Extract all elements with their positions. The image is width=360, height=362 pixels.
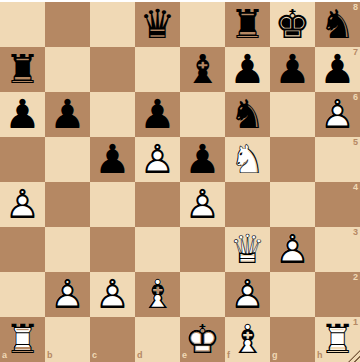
piece-white-knight[interactable]: ♞♘ (225, 137, 270, 182)
square-d5[interactable]: ♟♙ (135, 137, 180, 182)
bishop-glyph-outline: ♗ (135, 271, 180, 316)
square-f8[interactable]: ♜ (225, 2, 270, 47)
piece-black-pawn[interactable]: ♟ (270, 47, 315, 92)
piece-black-rook[interactable]: ♜ (225, 2, 270, 47)
piece-white-pawn[interactable]: ♟♙ (135, 137, 180, 182)
pawn-glyph-fill: ♟ (270, 46, 315, 91)
file-label-b: b (47, 351, 53, 360)
square-g5[interactable] (270, 137, 315, 182)
piece-white-bishop[interactable]: ♝♗ (225, 317, 270, 362)
pawn-glyph-outline: ♙ (0, 181, 45, 226)
piece-white-bishop[interactable]: ♝♗ (135, 272, 180, 317)
square-c2[interactable]: ♟♙ (90, 272, 135, 317)
piece-white-queen[interactable]: ♛♕ (225, 227, 270, 272)
square-h3[interactable]: 3 (315, 227, 360, 272)
file-label-h: h (317, 351, 323, 360)
rank-label-4: 4 (353, 183, 358, 192)
bishop-glyph-outline: ♗ (225, 316, 270, 361)
queen-glyph-fill: ♛ (135, 1, 180, 46)
piece-black-pawn[interactable]: ♟ (0, 92, 45, 137)
square-g4[interactable] (270, 182, 315, 227)
square-b3[interactable] (45, 227, 90, 272)
piece-white-pawn[interactable]: ♟♙ (225, 272, 270, 317)
square-h6[interactable]: 6♟♙ (315, 92, 360, 137)
piece-black-bishop[interactable]: ♝ (180, 47, 225, 92)
piece-black-pawn[interactable]: ♟ (180, 137, 225, 182)
square-h8[interactable]: 8♞ (315, 2, 360, 47)
square-b7[interactable] (45, 47, 90, 92)
queen-glyph-outline: ♕ (225, 226, 270, 271)
pawn-glyph-fill: ♟ (180, 136, 225, 181)
square-d2[interactable]: ♝♗ (135, 272, 180, 317)
square-c5[interactable]: ♟ (90, 137, 135, 182)
rook-glyph-fill: ♜ (0, 46, 45, 91)
square-g3[interactable]: ♟♙ (270, 227, 315, 272)
king-glyph-fill: ♚ (270, 1, 315, 46)
square-d3[interactable] (135, 227, 180, 272)
square-b4[interactable] (45, 182, 90, 227)
file-label-e: e (182, 351, 187, 360)
pawn-glyph-outline: ♙ (45, 271, 90, 316)
pawn-glyph-fill: ♟ (0, 91, 45, 136)
square-a5[interactable] (0, 137, 45, 182)
piece-black-knight[interactable]: ♞ (225, 92, 270, 137)
square-d6[interactable]: ♟ (135, 92, 180, 137)
square-b8[interactable] (45, 2, 90, 47)
file-label-d: d (137, 351, 143, 360)
pawn-glyph-fill: ♟ (225, 46, 270, 91)
square-h7[interactable]: 7♟ (315, 47, 360, 92)
piece-white-pawn[interactable]: ♟♙ (180, 182, 225, 227)
pawn-glyph-outline: ♙ (270, 226, 315, 271)
square-c8[interactable] (90, 2, 135, 47)
file-label-a: a (2, 351, 7, 360)
knight-glyph-fill: ♞ (225, 91, 270, 136)
piece-black-rook[interactable]: ♜ (0, 47, 45, 92)
square-f6[interactable]: ♞ (225, 92, 270, 137)
square-b1[interactable]: b (45, 317, 90, 362)
rank-label-1: 1 (353, 318, 358, 327)
square-e2[interactable] (180, 272, 225, 317)
rank-label-6: 6 (353, 93, 358, 102)
square-e7[interactable]: ♝ (180, 47, 225, 92)
square-c4[interactable] (90, 182, 135, 227)
square-a7[interactable]: ♜ (0, 47, 45, 92)
square-f5[interactable]: ♞♘ (225, 137, 270, 182)
square-b6[interactable]: ♟ (45, 92, 90, 137)
piece-white-pawn[interactable]: ♟♙ (0, 182, 45, 227)
square-c1[interactable]: c (90, 317, 135, 362)
piece-black-queen[interactable]: ♛ (135, 2, 180, 47)
square-d1[interactable]: d (135, 317, 180, 362)
pawn-glyph-fill: ♟ (135, 91, 180, 136)
square-h4[interactable]: 4 (315, 182, 360, 227)
piece-black-pawn[interactable]: ♟ (225, 47, 270, 92)
square-f4[interactable] (225, 182, 270, 227)
pawn-glyph-outline: ♙ (180, 181, 225, 226)
piece-white-pawn[interactable]: ♟♙ (270, 227, 315, 272)
pawn-glyph-outline: ♙ (225, 271, 270, 316)
rook-glyph-fill: ♜ (225, 1, 270, 46)
square-g1[interactable]: g (270, 317, 315, 362)
square-f1[interactable]: f♝♗ (225, 317, 270, 362)
square-g7[interactable]: ♟ (270, 47, 315, 92)
square-a3[interactable] (0, 227, 45, 272)
square-a8[interactable] (0, 2, 45, 47)
knight-glyph-outline: ♘ (225, 136, 270, 181)
rank-label-2: 2 (353, 273, 358, 282)
square-a2[interactable] (0, 272, 45, 317)
square-b5[interactable] (45, 137, 90, 182)
square-f7[interactable]: ♟ (225, 47, 270, 92)
piece-white-pawn[interactable]: ♟♙ (45, 272, 90, 317)
square-a4[interactable]: ♟♙ (0, 182, 45, 227)
square-f2[interactable]: ♟♙ (225, 272, 270, 317)
square-a6[interactable]: ♟ (0, 92, 45, 137)
piece-black-king[interactable]: ♚ (270, 2, 315, 47)
rank-label-5: 5 (353, 138, 358, 147)
square-h5[interactable]: 5 (315, 137, 360, 182)
pawn-glyph-fill: ♟ (45, 91, 90, 136)
square-g6[interactable] (270, 92, 315, 137)
square-h1[interactable]: 1h♜♖ (315, 317, 360, 362)
piece-black-pawn[interactable]: ♟ (135, 92, 180, 137)
square-e6[interactable] (180, 92, 225, 137)
square-h2[interactable]: 2 (315, 272, 360, 317)
rank-label-7: 7 (353, 48, 358, 57)
square-e5[interactable]: ♟ (180, 137, 225, 182)
square-a1[interactable]: a♜♖ (0, 317, 45, 362)
square-c7[interactable] (90, 47, 135, 92)
square-c6[interactable] (90, 92, 135, 137)
rank-label-3: 3 (353, 228, 358, 237)
piece-black-pawn[interactable]: ♟ (45, 92, 90, 137)
pawn-glyph-outline: ♙ (135, 136, 180, 181)
file-label-g: g (272, 351, 278, 360)
square-e3[interactable] (180, 227, 225, 272)
square-d7[interactable] (135, 47, 180, 92)
piece-white-pawn[interactable]: ♟♙ (90, 272, 135, 317)
chess-board: ♛♜♚8♞♜♝♟♟7♟♟♟♟♞6♟♙♟♟♙♟♞♘5♟♙♟♙4♛♕♟♙3♟♙♟♙♝… (0, 2, 360, 362)
square-g8[interactable]: ♚ (270, 2, 315, 47)
file-label-c: c (92, 351, 97, 360)
pawn-glyph-outline: ♙ (90, 271, 135, 316)
square-d4[interactable] (135, 182, 180, 227)
rank-label-8: 8 (353, 3, 358, 12)
square-b2[interactable]: ♟♙ (45, 272, 90, 317)
bishop-glyph-fill: ♝ (180, 46, 225, 91)
square-f3[interactable]: ♛♕ (225, 227, 270, 272)
square-c3[interactable] (90, 227, 135, 272)
square-d8[interactable]: ♛ (135, 2, 180, 47)
square-g2[interactable] (270, 272, 315, 317)
file-label-f: f (227, 351, 230, 360)
square-e8[interactable] (180, 2, 225, 47)
piece-black-pawn[interactable]: ♟ (90, 137, 135, 182)
square-e1[interactable]: e♚♔ (180, 317, 225, 362)
square-e4[interactable]: ♟♙ (180, 182, 225, 227)
pawn-glyph-fill: ♟ (90, 136, 135, 181)
